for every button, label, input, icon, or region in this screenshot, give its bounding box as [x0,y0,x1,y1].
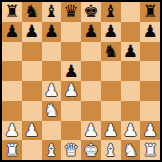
square-c4[interactable]: ♟ [42,81,62,101]
board-grid: ♜♞♝♛♚♝♜♟♟♟♟♟♟♞♟♟♟♟♞♟♟♟♟♟♟♜♝♛♚♝♞♜ [2,2,160,160]
square-a1[interactable]: ♜ [2,140,22,160]
square-d2[interactable] [61,121,81,141]
white-pawn-h2[interactable]: ♟ [143,121,158,138]
square-a7[interactable]: ♟ [2,22,22,42]
square-f2[interactable]: ♟ [101,121,121,141]
square-a2[interactable]: ♟ [2,121,22,141]
black-king-e8[interactable]: ♚ [83,3,98,20]
square-h3[interactable] [140,101,160,121]
white-pawn-f2[interactable]: ♟ [103,121,118,138]
white-bishop-c1[interactable]: ♝ [44,141,59,158]
black-pawn-c7[interactable]: ♟ [44,23,59,40]
square-b2[interactable]: ♟ [22,121,42,141]
square-d1[interactable]: ♛ [61,140,81,160]
black-knight-f6[interactable]: ♞ [103,42,118,59]
square-c8[interactable]: ♝ [42,2,62,22]
black-knight-b8[interactable]: ♞ [24,3,39,20]
square-e2[interactable]: ♟ [81,121,101,141]
square-e3[interactable] [81,101,101,121]
square-g1[interactable]: ♞ [121,140,141,160]
square-e8[interactable]: ♚ [81,2,101,22]
white-knight-g1[interactable]: ♞ [123,141,138,158]
square-h8[interactable]: ♜ [140,2,160,22]
square-c3[interactable]: ♞ [42,101,62,121]
square-a4[interactable] [2,81,22,101]
square-c6[interactable] [42,42,62,62]
white-pawn-a2[interactable]: ♟ [4,121,19,138]
black-bishop-c8[interactable]: ♝ [44,3,59,20]
square-e1[interactable]: ♚ [81,140,101,160]
square-f4[interactable] [101,81,121,101]
white-king-e1[interactable]: ♚ [83,141,98,158]
square-c7[interactable]: ♟ [42,22,62,42]
square-e6[interactable] [81,42,101,62]
square-a6[interactable] [2,42,22,62]
square-g4[interactable] [121,81,141,101]
square-h1[interactable]: ♜ [140,140,160,160]
square-f3[interactable] [101,101,121,121]
square-g6[interactable]: ♟ [121,42,141,62]
white-pawn-d4[interactable]: ♟ [64,82,79,99]
square-e4[interactable] [81,81,101,101]
black-pawn-h7[interactable]: ♟ [143,23,158,40]
square-b4[interactable] [22,81,42,101]
square-g8[interactable] [121,2,141,22]
square-f6[interactable]: ♞ [101,42,121,62]
square-h6[interactable] [140,42,160,62]
square-c1[interactable]: ♝ [42,140,62,160]
black-pawn-d5[interactable]: ♟ [64,62,79,79]
square-b6[interactable] [22,42,42,62]
square-a5[interactable] [2,61,22,81]
black-queen-d8[interactable]: ♛ [64,3,79,20]
square-c5[interactable] [42,61,62,81]
square-d4[interactable]: ♟ [61,81,81,101]
square-f7[interactable]: ♟ [101,22,121,42]
square-e5[interactable] [81,61,101,81]
square-g7[interactable] [121,22,141,42]
square-b8[interactable]: ♞ [22,2,42,22]
square-f8[interactable]: ♝ [101,2,121,22]
square-g3[interactable] [121,101,141,121]
square-b3[interactable] [22,101,42,121]
square-g2[interactable]: ♟ [121,121,141,141]
square-h4[interactable] [140,81,160,101]
black-rook-h8[interactable]: ♜ [143,3,158,20]
square-d8[interactable]: ♛ [61,2,81,22]
black-bishop-f8[interactable]: ♝ [103,3,118,20]
square-b7[interactable]: ♟ [22,22,42,42]
square-b1[interactable] [22,140,42,160]
square-d6[interactable] [61,42,81,62]
black-pawn-e7[interactable]: ♟ [83,23,98,40]
white-pawn-b2[interactable]: ♟ [24,121,39,138]
square-f5[interactable] [101,61,121,81]
black-pawn-g6[interactable]: ♟ [123,42,138,59]
black-pawn-f7[interactable]: ♟ [103,23,118,40]
square-b5[interactable] [22,61,42,81]
square-d5[interactable]: ♟ [61,61,81,81]
white-rook-a1[interactable]: ♜ [4,141,19,158]
square-d7[interactable] [61,22,81,42]
square-g5[interactable] [121,61,141,81]
white-bishop-f1[interactable]: ♝ [103,141,118,158]
black-pawn-b7[interactable]: ♟ [24,23,39,40]
white-pawn-g2[interactable]: ♟ [123,121,138,138]
square-h2[interactable]: ♟ [140,121,160,141]
square-a8[interactable]: ♜ [2,2,22,22]
white-knight-c3[interactable]: ♞ [44,102,59,119]
white-pawn-c4[interactable]: ♟ [44,82,59,99]
square-a3[interactable] [2,101,22,121]
black-pawn-a7[interactable]: ♟ [4,23,19,40]
white-rook-h1[interactable]: ♜ [143,141,158,158]
square-c2[interactable] [42,121,62,141]
black-rook-a8[interactable]: ♜ [4,3,19,20]
chess-board: ♜♞♝♛♚♝♜♟♟♟♟♟♟♞♟♟♟♟♞♟♟♟♟♟♟♜♝♛♚♝♞♜ [0,0,162,162]
square-f1[interactable]: ♝ [101,140,121,160]
square-e7[interactable]: ♟ [81,22,101,42]
square-h7[interactable]: ♟ [140,22,160,42]
white-queen-d1[interactable]: ♛ [64,141,79,158]
square-h5[interactable] [140,61,160,81]
white-pawn-e2[interactable]: ♟ [83,121,98,138]
square-d3[interactable] [61,101,81,121]
